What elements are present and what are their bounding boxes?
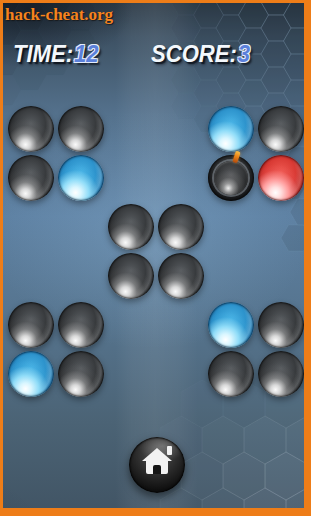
gray-ball[interactable] (158, 253, 204, 299)
blue-ball[interactable] (8, 351, 54, 397)
gray-ball[interactable] (8, 106, 54, 152)
gray-ball[interactable] (258, 302, 304, 348)
home-icon (129, 437, 185, 493)
blue-ball[interactable] (208, 302, 254, 348)
blue-ball[interactable] (208, 106, 254, 152)
watermark-text: hack-cheat.org (5, 5, 113, 24)
gray-ball[interactable] (58, 351, 104, 397)
frame-right (304, 0, 311, 516)
frame-bottom (0, 508, 311, 516)
time-display: TIME:12 (13, 40, 99, 68)
gray-ball[interactable] (58, 106, 104, 152)
gray-ball[interactable] (158, 204, 204, 250)
frame-left (0, 0, 3, 516)
time-label: TIME: (13, 40, 73, 67)
gray-ball[interactable] (8, 302, 54, 348)
time-value: 12 (73, 40, 98, 67)
home-icon-door (153, 465, 161, 474)
game-screen: hack-cheat.org TIME:12 SCORE:3 (0, 0, 311, 516)
gray-ball[interactable] (258, 106, 304, 152)
home-icon-roof (142, 448, 172, 461)
home-icon-body (146, 461, 168, 474)
score-label: SCORE: (151, 40, 237, 67)
frame-top (0, 0, 311, 3)
gray-ball[interactable] (258, 351, 304, 397)
gray-ball[interactable] (108, 253, 154, 299)
score-display: SCORE:3 (151, 40, 250, 68)
gray-ball[interactable] (208, 351, 254, 397)
red-ball[interactable] (258, 155, 304, 201)
bomb-ball[interactable] (208, 155, 254, 201)
home-button[interactable] (129, 437, 185, 493)
score-value: 3 (237, 40, 250, 67)
gray-ball[interactable] (8, 155, 54, 201)
watermark-banner: hack-cheat.org (5, 5, 113, 25)
blue-ball[interactable] (58, 155, 104, 201)
board (8, 106, 308, 400)
gray-ball[interactable] (108, 204, 154, 250)
gray-ball[interactable] (58, 302, 104, 348)
